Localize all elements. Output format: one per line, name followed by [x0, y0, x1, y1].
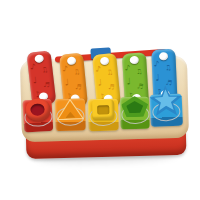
circle-hole [30, 103, 45, 116]
red-circle-block [22, 99, 53, 133]
blue-star-block [150, 94, 183, 127]
orange-triangle-block [55, 98, 86, 131]
shape-blocks-row [0, 0, 200, 200]
wooden-toy: ♪♫♩♬♪♪♫♩♬♪♪♫♩♬♪♪♫♩♬♪♪♫♩♬♪ [0, 0, 200, 200]
yellow-square-block [88, 99, 119, 132]
square-piece [92, 100, 114, 120]
green-pentagon-block [120, 97, 150, 130]
triangle-hole [65, 112, 75, 118]
pentagon-face [126, 101, 143, 113]
square-hole [97, 105, 109, 114]
product-photo-scene: ♪♫♩♬♪♪♫♩♬♪♪♫♩♬♪♪♫♩♬♪♪♫♩♬♪ [0, 0, 200, 200]
